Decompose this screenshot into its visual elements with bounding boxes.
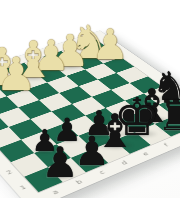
white-pawn-piece[interactable]: ♟ (0, 51, 39, 97)
chess-set-photo: abcdefgh87654321 ♝♟♝♟♟♞♟♞♝♜♚♟♝♟♟♟♟ (0, 0, 180, 198)
white-pawn-piece[interactable]: ♟ (89, 24, 131, 66)
black-pawn-piece[interactable]: ♟ (39, 142, 81, 184)
